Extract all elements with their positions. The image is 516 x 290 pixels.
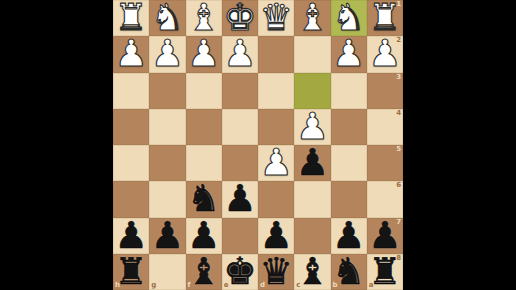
black-pawn[interactable]: ♟ [115,218,148,254]
square-f5[interactable] [186,145,222,181]
white-pawn[interactable]: ♟ [260,145,293,181]
white-knight[interactable]: ♞ [151,0,184,36]
square-a8[interactable]: ♜8a [367,254,403,290]
square-g3[interactable] [149,73,185,109]
square-c5[interactable]: ♟ [294,145,330,181]
white-pawn[interactable]: ♟ [332,36,365,72]
square-b8[interactable]: ♞b [331,254,367,290]
square-h1[interactable]: ♜ [113,0,149,36]
rank-label-6: 6 [396,182,401,189]
white-bishop[interactable]: ♝ [296,0,329,36]
square-g4[interactable] [149,109,185,145]
square-f3[interactable] [186,73,222,109]
black-rook[interactable]: ♜ [115,254,148,290]
black-pawn[interactable]: ♟ [368,218,401,254]
square-b5[interactable] [331,145,367,181]
square-a2[interactable]: ♟2 [367,36,403,72]
square-a5[interactable]: 5 [367,145,403,181]
black-bishop[interactable]: ♝ [296,254,329,290]
white-rook[interactable]: ♜ [115,0,148,36]
square-f7[interactable]: ♟ [186,218,222,254]
square-h2[interactable]: ♟ [113,36,149,72]
white-pawn[interactable]: ♟ [296,109,329,145]
black-knight[interactable]: ♞ [187,181,220,217]
white-pawn[interactable]: ♟ [187,36,220,72]
square-h8[interactable]: ♜h [113,254,149,290]
black-pawn[interactable]: ♟ [296,145,329,181]
white-queen[interactable]: ♛ [260,0,293,36]
white-knight[interactable]: ♞ [332,0,365,36]
square-e1[interactable]: ♚ [222,0,258,36]
white-rook[interactable]: ♜ [368,0,401,36]
square-e6[interactable]: ♟ [222,181,258,217]
white-pawn[interactable]: ♟ [115,36,148,72]
square-c6[interactable] [294,181,330,217]
square-f4[interactable] [186,109,222,145]
square-g6[interactable] [149,181,185,217]
square-e4[interactable] [222,109,258,145]
square-d8[interactable]: ♛d [258,254,294,290]
square-f2[interactable]: ♟ [186,36,222,72]
square-c8[interactable]: ♝c [294,254,330,290]
square-b4[interactable] [331,109,367,145]
black-queen[interactable]: ♛ [260,254,293,290]
square-c2[interactable] [294,36,330,72]
square-d7[interactable]: ♟ [258,218,294,254]
black-king[interactable]: ♚ [223,254,256,290]
chess-board: ♜♞♝♚♛♝♞♜1♟♟♟♟♟♟23♟4♟♟5♞♟6♟♟♟♟♟♟7♜hg♝f♚e♛… [113,0,403,290]
square-a6[interactable]: 6 [367,181,403,217]
square-e8[interactable]: ♚e [222,254,258,290]
square-c7[interactable] [294,218,330,254]
square-g8[interactable]: g [149,254,185,290]
white-bishop[interactable]: ♝ [187,0,220,36]
square-g7[interactable]: ♟ [149,218,185,254]
square-a4[interactable]: 4 [367,109,403,145]
white-king[interactable]: ♚ [223,0,256,36]
square-e3[interactable] [222,73,258,109]
square-f1[interactable]: ♝ [186,0,222,36]
square-a3[interactable]: 3 [367,73,403,109]
black-pawn[interactable]: ♟ [151,218,184,254]
square-a1[interactable]: ♜1 [367,0,403,36]
rank-label-4: 4 [396,110,401,117]
square-d4[interactable] [258,109,294,145]
square-d6[interactable] [258,181,294,217]
white-pawn[interactable]: ♟ [223,36,256,72]
square-g5[interactable] [149,145,185,181]
square-d2[interactable] [258,36,294,72]
square-d3[interactable] [258,73,294,109]
square-g2[interactable]: ♟ [149,36,185,72]
square-e7[interactable] [222,218,258,254]
black-pawn[interactable]: ♟ [187,218,220,254]
square-b7[interactable]: ♟ [331,218,367,254]
square-a7[interactable]: ♟7 [367,218,403,254]
square-d1[interactable]: ♛ [258,0,294,36]
square-c1[interactable]: ♝ [294,0,330,36]
square-h5[interactable] [113,145,149,181]
square-h3[interactable] [113,73,149,109]
square-h7[interactable]: ♟ [113,218,149,254]
file-label-g: g [151,282,156,289]
white-pawn[interactable]: ♟ [151,36,184,72]
letterbox-right [403,0,516,290]
white-pawn[interactable]: ♟ [368,36,401,72]
square-b1[interactable]: ♞ [331,0,367,36]
black-bishop[interactable]: ♝ [187,254,220,290]
rank-label-5: 5 [396,146,401,153]
letterbox-left [0,0,113,290]
black-pawn[interactable]: ♟ [260,218,293,254]
square-c4[interactable]: ♟ [294,109,330,145]
square-f8[interactable]: ♝f [186,254,222,290]
square-b2[interactable]: ♟ [331,36,367,72]
app-window: ♜♞♝♚♛♝♞♜1♟♟♟♟♟♟23♟4♟♟5♞♟6♟♟♟♟♟♟7♜hg♝f♚e♛… [0,0,516,290]
square-e2[interactable]: ♟ [222,36,258,72]
square-h6[interactable] [113,181,149,217]
black-pawn[interactable]: ♟ [332,218,365,254]
square-d5[interactable]: ♟ [258,145,294,181]
square-h4[interactable] [113,109,149,145]
square-f6[interactable]: ♞ [186,181,222,217]
square-b6[interactable] [331,181,367,217]
square-e5[interactable] [222,145,258,181]
black-rook[interactable]: ♜ [368,254,401,290]
black-pawn[interactable]: ♟ [223,181,256,217]
black-knight[interactable]: ♞ [332,254,365,290]
square-g1[interactable]: ♞ [149,0,185,36]
square-b3[interactable] [331,73,367,109]
square-c3[interactable] [294,73,330,109]
